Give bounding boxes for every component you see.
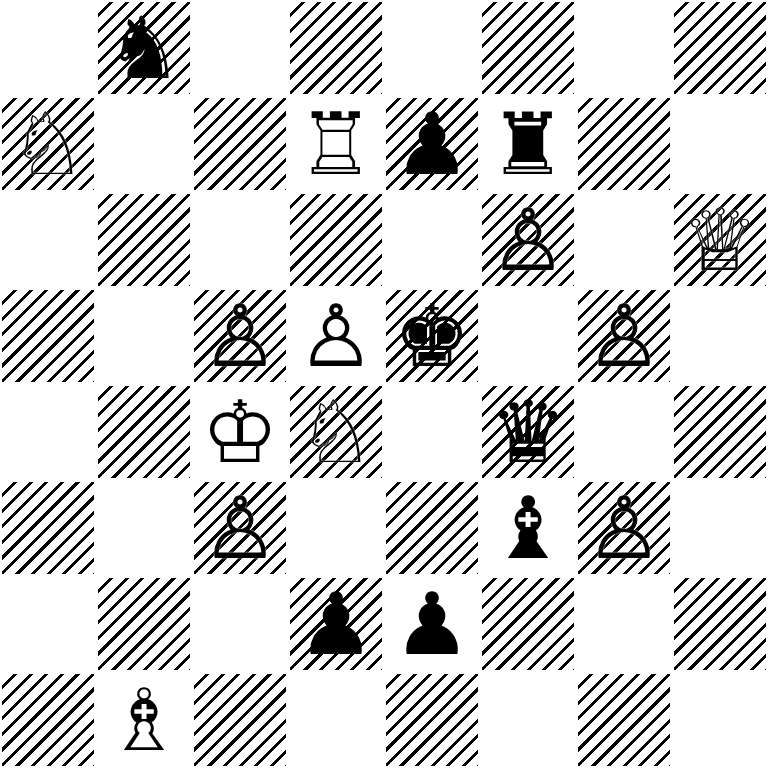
square-d1[interactable] <box>288 672 384 768</box>
square-g4[interactable] <box>576 384 672 480</box>
piece-white-pawn: ♙ <box>489 192 566 288</box>
square-a5[interactable] <box>0 288 96 384</box>
square-c7[interactable] <box>192 96 288 192</box>
piece-black-bishop: ♝ <box>489 480 566 576</box>
square-c6[interactable] <box>192 192 288 288</box>
square-a6[interactable] <box>0 192 96 288</box>
square-a7[interactable]: ♘ <box>0 96 96 192</box>
square-d3[interactable] <box>288 480 384 576</box>
square-b2[interactable] <box>96 576 192 672</box>
square-d4[interactable]: ♘ <box>288 384 384 480</box>
square-h1[interactable] <box>672 672 768 768</box>
square-d8[interactable] <box>288 0 384 96</box>
piece-white-knight: ♘ <box>297 384 374 480</box>
square-g6[interactable] <box>576 192 672 288</box>
piece-white-queen: ♕ <box>681 192 758 288</box>
square-b1[interactable]: ♗ <box>96 672 192 768</box>
square-c5[interactable]: ♙ <box>192 288 288 384</box>
square-b8[interactable]: ♞ <box>96 0 192 96</box>
square-c2[interactable] <box>192 576 288 672</box>
square-b4[interactable] <box>96 384 192 480</box>
piece-black-pawn: ♟ <box>393 96 470 192</box>
square-g3[interactable]: ♙ <box>576 480 672 576</box>
square-d6[interactable] <box>288 192 384 288</box>
square-c1[interactable] <box>192 672 288 768</box>
square-b3[interactable] <box>96 480 192 576</box>
square-e6[interactable] <box>384 192 480 288</box>
square-a3[interactable] <box>0 480 96 576</box>
piece-white-bishop: ♗ <box>105 672 182 768</box>
square-h5[interactable] <box>672 288 768 384</box>
square-b5[interactable] <box>96 288 192 384</box>
piece-black-knight: ♞ <box>105 0 182 96</box>
piece-white-rook: ♖ <box>297 96 374 192</box>
piece-black-pawn: ♟ <box>393 576 470 672</box>
square-e2[interactable]: ♟ <box>384 576 480 672</box>
piece-white-king: ♔ <box>201 384 278 480</box>
square-f6[interactable]: ♙ <box>480 192 576 288</box>
square-d5[interactable]: ♙ <box>288 288 384 384</box>
piece-white-pawn: ♙ <box>297 288 374 384</box>
square-a1[interactable] <box>0 672 96 768</box>
piece-black-pawn: ♟ <box>297 576 374 672</box>
piece-white-pawn: ♙ <box>585 288 662 384</box>
square-e4[interactable] <box>384 384 480 480</box>
square-d7[interactable]: ♖ <box>288 96 384 192</box>
piece-black-rook: ♜ <box>489 96 566 192</box>
square-h2[interactable] <box>672 576 768 672</box>
square-a2[interactable] <box>0 576 96 672</box>
square-f1[interactable] <box>480 672 576 768</box>
square-g2[interactable] <box>576 576 672 672</box>
square-f8[interactable] <box>480 0 576 96</box>
square-g8[interactable] <box>576 0 672 96</box>
square-e5[interactable]: ♚ <box>384 288 480 384</box>
piece-white-pawn: ♙ <box>585 480 662 576</box>
square-g1[interactable] <box>576 672 672 768</box>
square-h3[interactable] <box>672 480 768 576</box>
piece-white-knight: ♘ <box>9 96 86 192</box>
piece-black-queen: ♛ <box>489 384 566 480</box>
square-e7[interactable]: ♟ <box>384 96 480 192</box>
piece-white-pawn: ♙ <box>201 288 278 384</box>
square-c3[interactable]: ♙ <box>192 480 288 576</box>
square-h6[interactable]: ♕ <box>672 192 768 288</box>
square-e3[interactable] <box>384 480 480 576</box>
square-f3[interactable]: ♝ <box>480 480 576 576</box>
square-f4[interactable]: ♛ <box>480 384 576 480</box>
square-d2[interactable]: ♟ <box>288 576 384 672</box>
square-e1[interactable] <box>384 672 480 768</box>
square-h7[interactable] <box>672 96 768 192</box>
piece-black-king: ♚ <box>393 288 470 384</box>
square-h4[interactable] <box>672 384 768 480</box>
square-a8[interactable] <box>0 0 96 96</box>
square-c8[interactable] <box>192 0 288 96</box>
chess-board: ♞♘♖♟♜♙♕♙♙♚♙♔♘♛♙♝♙♟♟♗ <box>0 0 768 768</box>
square-a4[interactable] <box>0 384 96 480</box>
square-e8[interactable] <box>384 0 480 96</box>
square-f7[interactable]: ♜ <box>480 96 576 192</box>
square-h8[interactable] <box>672 0 768 96</box>
square-f2[interactable] <box>480 576 576 672</box>
square-g5[interactable]: ♙ <box>576 288 672 384</box>
piece-white-pawn: ♙ <box>201 480 278 576</box>
square-c4[interactable]: ♔ <box>192 384 288 480</box>
square-g7[interactable] <box>576 96 672 192</box>
square-b7[interactable] <box>96 96 192 192</box>
square-f5[interactable] <box>480 288 576 384</box>
square-b6[interactable] <box>96 192 192 288</box>
